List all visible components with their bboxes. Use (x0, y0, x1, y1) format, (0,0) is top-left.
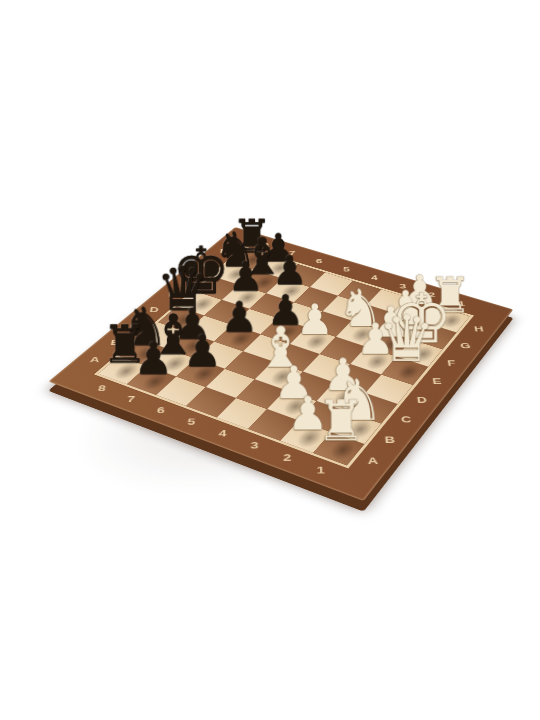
white-queen-e1: ♛ (378, 307, 435, 371)
coordinate-file-bottom-e: E (432, 376, 443, 385)
black-pawn-b6: ♟ (183, 330, 222, 373)
coordinate-file-bottom-d: D (416, 395, 427, 405)
coordinate-rank-left-8: 8 (97, 383, 106, 393)
black-pawn-a7: ♟ (134, 337, 173, 381)
coordinate-rank-left-3: 3 (250, 440, 258, 451)
coordinate-file-bottom-f: F (447, 359, 457, 368)
coordinate-rank-left-2: 2 (283, 452, 291, 463)
coordinate-rank-left-1: 1 (316, 464, 325, 475)
black-pawn-f7: ♟ (228, 257, 264, 297)
coordinate-rank-left-7: 7 (126, 394, 135, 404)
coordinate-rank-left-5: 5 (187, 417, 196, 427)
coordinate-rank-right-5: 5 (343, 266, 350, 273)
white-rook-a1: ♜ (316, 393, 366, 449)
black-pawn-g6: ♟ (272, 251, 307, 291)
coordinate-file-bottom-g: G (459, 341, 471, 350)
coordinate-file-bottom-a: A (367, 455, 379, 466)
coordinate-rank-left-4: 4 (218, 428, 227, 438)
coordinate-rank-left-6: 6 (156, 405, 165, 415)
coordinate-file-top-a: A (89, 355, 100, 364)
black-pawn-d6: ♟ (220, 297, 257, 339)
coordinate-rank-right-6: 6 (316, 258, 323, 265)
coordinate-file-bottom-c: C (400, 414, 411, 424)
coordinate-file-bottom-h: H (473, 325, 484, 333)
coordinate-file-bottom-b: B (384, 434, 395, 445)
chess-board-photo: ♜♞♛♚♞♜♟♝♟♟♝♟♟♟♟♟♝♟♟♞♟♟♟♟♟♟♜♞♛♚♜ AA11BB22… (0, 0, 540, 720)
